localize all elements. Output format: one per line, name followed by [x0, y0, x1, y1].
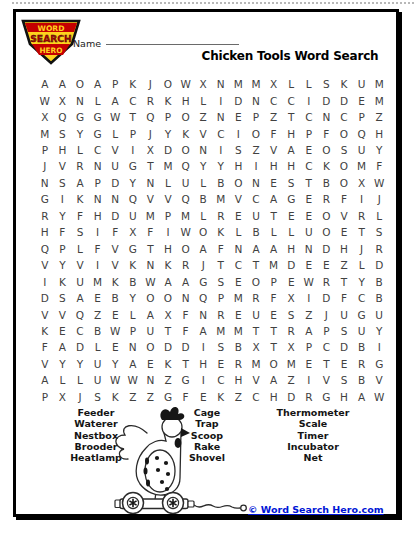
grid-cell[interactable]: J [318, 306, 336, 322]
grid-cell[interactable]: I [194, 372, 212, 388]
grid-cell[interactable]: D [282, 389, 300, 405]
grid-cell[interactable]: E [54, 323, 72, 339]
grid-cell[interactable]: Z [89, 306, 107, 322]
grid-cell[interactable]: D [159, 142, 177, 158]
grid-cell[interactable]: K [159, 92, 177, 108]
grid-cell[interactable]: Q [177, 191, 195, 207]
grid-cell[interactable]: L [159, 175, 177, 191]
grid-cell[interactable]: M [212, 191, 230, 207]
grid-cell[interactable]: D [159, 339, 177, 355]
grid-cell[interactable]: F [54, 224, 72, 240]
grid-cell[interactable]: O [318, 208, 336, 224]
grid-cell[interactable]: A [124, 356, 142, 372]
grid-cell[interactable]: E [265, 175, 283, 191]
grid-cell[interactable]: B [318, 175, 336, 191]
grid-cell[interactable]: N [247, 92, 265, 108]
grid-cell[interactable]: L [124, 306, 142, 322]
grid-cell[interactable]: S [54, 175, 72, 191]
grid-cell[interactable]: A [177, 273, 195, 289]
grid-cell[interactable]: I [230, 125, 248, 141]
grid-cell[interactable]: R [370, 241, 388, 257]
grid-cell[interactable]: N [71, 92, 89, 108]
grid-cell[interactable]: P [159, 109, 177, 125]
grid-cell[interactable]: U [300, 224, 318, 240]
grid-cell[interactable]: V [54, 306, 72, 322]
grid-cell[interactable]: F [142, 224, 160, 240]
grid-cell[interactable]: E [212, 356, 230, 372]
grid-cell[interactable]: Q [124, 191, 142, 207]
grid-cell[interactable]: B [370, 290, 388, 306]
grid-cell[interactable]: Y [54, 356, 72, 372]
grid-cell[interactable]: A [71, 290, 89, 306]
grid-cell[interactable]: V [194, 125, 212, 141]
grid-cell[interactable]: T [282, 109, 300, 125]
grid-cell[interactable]: G [36, 191, 54, 207]
grid-cell[interactable]: R [353, 356, 371, 372]
grid-cell[interactable]: M [247, 356, 265, 372]
grid-cell[interactable]: E [265, 306, 283, 322]
grid-cell[interactable]: X [353, 175, 371, 191]
grid-cell[interactable]: K [335, 76, 353, 92]
grid-cell[interactable]: F [335, 290, 353, 306]
grid-cell[interactable]: L [194, 208, 212, 224]
grid-cell[interactable]: A [106, 92, 124, 108]
grid-cell[interactable]: S [71, 224, 89, 240]
grid-cell[interactable]: U [177, 175, 195, 191]
footer-link[interactable]: © Word Search Hero.com [248, 504, 384, 515]
grid-cell[interactable]: H [159, 241, 177, 257]
grid-cell[interactable]: E [300, 208, 318, 224]
grid-cell[interactable]: Z [370, 109, 388, 125]
grid-cell[interactable]: L [106, 125, 124, 141]
grid-cell[interactable]: E [106, 339, 124, 355]
grid-cell[interactable]: L [89, 92, 107, 108]
grid-cell[interactable]: U [124, 208, 142, 224]
grid-cell[interactable]: T [177, 356, 195, 372]
grid-cell[interactable]: W [300, 273, 318, 289]
grid-cell[interactable]: T [247, 323, 265, 339]
grid-cell[interactable]: T [159, 323, 177, 339]
grid-cell[interactable]: O [177, 142, 195, 158]
grid-cell[interactable]: K [318, 158, 336, 174]
grid-cell[interactable]: M [370, 76, 388, 92]
grid-cell[interactable]: V [36, 306, 54, 322]
grid-cell[interactable]: J [370, 191, 388, 207]
grid-cell[interactable]: N [124, 339, 142, 355]
grid-cell[interactable]: R [142, 92, 160, 108]
grid-cell[interactable]: L [71, 241, 89, 257]
grid-cell[interactable]: S [318, 76, 336, 92]
grid-cell[interactable]: S [230, 142, 248, 158]
grid-cell[interactable]: F [106, 224, 124, 240]
grid-cell[interactable]: O [194, 224, 212, 240]
grid-cell[interactable]: X [194, 76, 212, 92]
grid-cell[interactable]: Y [212, 158, 230, 174]
grid-cell[interactable]: K [54, 273, 72, 289]
grid-cell[interactable]: A [36, 372, 54, 388]
grid-cell[interactable]: A [36, 76, 54, 92]
grid-cell[interactable]: K [36, 323, 54, 339]
grid-cell[interactable]: L [282, 224, 300, 240]
grid-cell[interactable]: L [194, 92, 212, 108]
grid-cell[interactable]: T [247, 257, 265, 273]
grid-cell[interactable]: Y [353, 273, 371, 289]
grid-cell[interactable]: H [36, 224, 54, 240]
grid-cell[interactable]: A [300, 323, 318, 339]
grid-cell[interactable]: M [247, 76, 265, 92]
grid-cell[interactable]: M [89, 273, 107, 289]
grid-cell[interactable]: H [282, 241, 300, 257]
grid-cell[interactable]: E [230, 306, 248, 322]
grid-cell[interactable]: H [54, 142, 72, 158]
grid-cell[interactable]: W [370, 175, 388, 191]
grid-cell[interactable]: I [300, 290, 318, 306]
grid-cell[interactable]: E [300, 257, 318, 273]
grid-cell[interactable]: Q [353, 125, 371, 141]
grid-cell[interactable]: T [335, 273, 353, 289]
grid-cell[interactable]: R [247, 290, 265, 306]
grid-cell[interactable]: F [89, 241, 107, 257]
grid-cell[interactable]: O [159, 290, 177, 306]
grid-cell[interactable]: P [300, 339, 318, 355]
grid-cell[interactable]: U [106, 158, 124, 174]
grid-cell[interactable]: M [370, 92, 388, 108]
grid-cell[interactable]: Z [159, 372, 177, 388]
grid-cell[interactable]: M [142, 208, 160, 224]
grid-cell[interactable]: R [318, 273, 336, 289]
grid-cell[interactable]: O [71, 76, 89, 92]
grid-cell[interactable]: F [177, 306, 195, 322]
grid-cell[interactable]: V [247, 372, 265, 388]
grid-cell[interactable]: M [177, 208, 195, 224]
grid-cell[interactable]: D [318, 241, 336, 257]
grid-cell[interactable]: N [142, 175, 160, 191]
grid-cell[interactable]: I [194, 339, 212, 355]
grid-cell[interactable]: C [335, 109, 353, 125]
grid-cell[interactable]: P [36, 389, 54, 405]
grid-cell[interactable]: C [282, 92, 300, 108]
grid-cell[interactable]: T [300, 175, 318, 191]
grid-cell[interactable]: H [335, 241, 353, 257]
grid-cell[interactable]: T [353, 224, 371, 240]
grid-cell[interactable]: I [89, 257, 107, 273]
grid-cell[interactable]: P [318, 323, 336, 339]
grid-cell[interactable]: E [300, 356, 318, 372]
grid-cell[interactable]: G [71, 109, 89, 125]
grid-cell[interactable]: U [89, 356, 107, 372]
grid-cell[interactable]: G [89, 109, 107, 125]
grid-cell[interactable]: P [89, 175, 107, 191]
grid-cell[interactable]: C [212, 125, 230, 141]
grid-cell[interactable]: T [124, 109, 142, 125]
grid-cell[interactable]: W [177, 224, 195, 240]
grid-cell[interactable]: X [54, 92, 72, 108]
grid-cell[interactable]: E [300, 191, 318, 207]
grid-cell[interactable]: W [177, 76, 195, 92]
grid-cell[interactable]: C [71, 323, 89, 339]
grid-cell[interactable]: F [318, 125, 336, 141]
grid-cell[interactable]: Z [265, 109, 283, 125]
grid-cell[interactable]: N [142, 257, 160, 273]
grid-cell[interactable]: L [71, 142, 89, 158]
grid-cell[interactable]: W [106, 323, 124, 339]
grid-cell[interactable]: E [282, 208, 300, 224]
grid-cell[interactable]: K [159, 257, 177, 273]
grid-cell[interactable]: Y [106, 356, 124, 372]
grid-cell[interactable]: Y [370, 142, 388, 158]
grid-cell[interactable]: R [212, 306, 230, 322]
grid-cell[interactable]: Q [142, 109, 160, 125]
grid-cell[interactable]: B [106, 290, 124, 306]
grid-cell[interactable]: D [36, 290, 54, 306]
grid-cell[interactable]: T [265, 323, 283, 339]
grid-cell[interactable]: X [142, 142, 160, 158]
grid-cell[interactable]: B [370, 273, 388, 289]
grid-cell[interactable]: V [318, 372, 336, 388]
grid-cell[interactable]: X [36, 109, 54, 125]
grid-cell[interactable]: F [177, 323, 195, 339]
grid-cell[interactable]: P [54, 241, 72, 257]
grid-cell[interactable]: H [230, 158, 248, 174]
grid-cell[interactable]: F [212, 241, 230, 257]
grid-cell[interactable]: U [335, 306, 353, 322]
grid-cell[interactable]: B [230, 339, 248, 355]
grid-cell[interactable]: N [194, 306, 212, 322]
grid-cell[interactable]: N [89, 158, 107, 174]
grid-cell[interactable]: V [265, 142, 283, 158]
grid-cell[interactable]: A [71, 175, 89, 191]
grid-cell[interactable]: C [353, 290, 371, 306]
grid-cell[interactable]: O [159, 76, 177, 92]
grid-cell[interactable]: F [265, 290, 283, 306]
grid-cell[interactable]: A [265, 191, 283, 207]
grid-cell[interactable]: N [194, 142, 212, 158]
grid-cell[interactable]: D [106, 208, 124, 224]
grid-cell[interactable]: Y [71, 356, 89, 372]
grid-cell[interactable]: H [177, 92, 195, 108]
grid-cell[interactable]: O [230, 175, 248, 191]
grid-cell[interactable]: U [370, 306, 388, 322]
grid-cell[interactable]: U [247, 208, 265, 224]
grid-cell[interactable]: P [124, 323, 142, 339]
grid-cell[interactable]: C [300, 109, 318, 125]
grid-cell[interactable]: P [353, 109, 371, 125]
grid-cell[interactable]: U [89, 372, 107, 388]
grid-cell[interactable]: O [318, 142, 336, 158]
grid-cell[interactable]: B [89, 323, 107, 339]
grid-cell[interactable]: S [335, 372, 353, 388]
grid-cell[interactable]: U [71, 273, 89, 289]
grid-cell[interactable]: I [247, 158, 265, 174]
grid-cell[interactable]: M [159, 158, 177, 174]
grid-cell[interactable]: K [71, 191, 89, 207]
grid-cell[interactable]: R [300, 389, 318, 405]
grid-cell[interactable]: I [36, 273, 54, 289]
grid-cell[interactable]: O [318, 224, 336, 240]
grid-cell[interactable]: C [265, 92, 283, 108]
grid-cell[interactable]: F [370, 158, 388, 174]
grid-cell[interactable]: D [71, 339, 89, 355]
grid-cell[interactable]: V [106, 257, 124, 273]
grid-cell[interactable]: F [335, 191, 353, 207]
grid-cell[interactable]: R [230, 356, 248, 372]
grid-cell[interactable]: N [89, 191, 107, 207]
grid-cell[interactable]: E [335, 356, 353, 372]
grid-cell[interactable]: W [106, 109, 124, 125]
grid-cell[interactable]: P [300, 125, 318, 141]
grid-cell[interactable]: L [89, 339, 107, 355]
grid-cell[interactable]: L [265, 224, 283, 240]
grid-cell[interactable]: B [353, 339, 371, 355]
grid-cell[interactable]: D [370, 257, 388, 273]
grid-cell[interactable]: D [106, 175, 124, 191]
grid-cell[interactable]: O [265, 356, 283, 372]
grid-cell[interactable]: O [247, 125, 265, 141]
grid-cell[interactable]: F [36, 339, 54, 355]
grid-cell[interactable]: I [124, 142, 142, 158]
grid-cell[interactable]: O [335, 158, 353, 174]
grid-cell[interactable]: R [318, 191, 336, 207]
grid-cell[interactable]: V [106, 142, 124, 158]
grid-cell[interactable]: A [89, 76, 107, 92]
grid-cell[interactable]: V [370, 372, 388, 388]
grid-cell[interactable]: B [212, 175, 230, 191]
grid-cell[interactable]: A [282, 142, 300, 158]
grid-cell[interactable]: L [353, 257, 371, 273]
grid-cell[interactable]: S [282, 306, 300, 322]
grid-cell[interactable]: N [142, 372, 160, 388]
grid-cell[interactable]: T [142, 241, 160, 257]
grid-cell[interactable]: H [335, 389, 353, 405]
grid-cell[interactable]: S [54, 125, 72, 141]
grid-cell[interactable]: Y [54, 208, 72, 224]
grid-cell[interactable]: F [265, 125, 283, 141]
grid-cell[interactable]: E [300, 142, 318, 158]
grid-cell[interactable]: F [71, 208, 89, 224]
grid-cell[interactable]: R [177, 257, 195, 273]
grid-cell[interactable]: T [318, 356, 336, 372]
grid-cell[interactable]: W [370, 389, 388, 405]
grid-cell[interactable]: H [370, 125, 388, 141]
grid-cell[interactable]: E [106, 306, 124, 322]
grid-cell[interactable]: K [124, 76, 142, 92]
grid-cell[interactable]: Q [71, 306, 89, 322]
grid-cell[interactable]: S [335, 323, 353, 339]
grid-cell[interactable]: M [230, 323, 248, 339]
grid-cell[interactable]: W [124, 372, 142, 388]
grid-cell[interactable]: I [89, 224, 107, 240]
grid-cell[interactable]: Q [54, 109, 72, 125]
grid-cell[interactable]: N [318, 109, 336, 125]
grid-cell[interactable]: L [370, 208, 388, 224]
grid-cell[interactable]: J [142, 125, 160, 141]
grid-cell[interactable]: D [230, 92, 248, 108]
grid-cell[interactable]: P [265, 273, 283, 289]
grid-cell[interactable]: G [353, 306, 371, 322]
grid-cell[interactable]: T [212, 257, 230, 273]
grid-cell[interactable]: X [124, 224, 142, 240]
grid-cell[interactable]: V [71, 257, 89, 273]
grid-cell[interactable]: O [335, 125, 353, 141]
grid-cell[interactable]: S [370, 224, 388, 240]
grid-cell[interactable]: D [335, 339, 353, 355]
grid-cell[interactable]: Z [247, 142, 265, 158]
grid-cell[interactable]: H [282, 125, 300, 141]
grid-cell[interactable]: I [212, 92, 230, 108]
grid-cell[interactable]: K [212, 224, 230, 240]
grid-cell[interactable]: E [230, 273, 248, 289]
grid-cell[interactable]: K [177, 125, 195, 141]
grid-cell[interactable]: H [230, 372, 248, 388]
grid-cell[interactable]: A [194, 241, 212, 257]
grid-cell[interactable]: E [142, 356, 160, 372]
grid-cell[interactable]: B [124, 273, 142, 289]
grid-cell[interactable]: H [265, 158, 283, 174]
grid-cell[interactable]: A [194, 323, 212, 339]
grid-cell[interactable]: A [265, 372, 283, 388]
grid-cell[interactable]: S [212, 339, 230, 355]
grid-cell[interactable]: R [36, 208, 54, 224]
grid-cell[interactable]: V [54, 158, 72, 174]
grid-cell[interactable]: O [177, 109, 195, 125]
grid-cell[interactable]: K [159, 356, 177, 372]
grid-cell[interactable]: W [106, 372, 124, 388]
grid-cell[interactable]: S [54, 290, 72, 306]
grid-cell[interactable]: A [353, 389, 371, 405]
grid-cell[interactable]: E [89, 290, 107, 306]
grid-cell[interactable]: U [142, 323, 160, 339]
grid-cell[interactable]: V [142, 191, 160, 207]
grid-cell[interactable]: M [36, 125, 54, 141]
grid-cell[interactable]: K [124, 257, 142, 273]
grid-cell[interactable]: L [300, 76, 318, 92]
grid-cell[interactable]: U [247, 306, 265, 322]
grid-cell[interactable]: I [370, 339, 388, 355]
grid-cell[interactable]: N [36, 175, 54, 191]
grid-cell[interactable]: U [353, 76, 371, 92]
grid-cell[interactable]: O [335, 175, 353, 191]
grid-cell[interactable]: G [370, 356, 388, 372]
grid-cell[interactable]: C [300, 158, 318, 174]
grid-cell[interactable]: E [335, 224, 353, 240]
grid-cell[interactable]: I [212, 142, 230, 158]
grid-cell[interactable]: E [353, 92, 371, 108]
grid-cell[interactable]: L [194, 175, 212, 191]
grid-cell[interactable]: K [106, 273, 124, 289]
grid-cell[interactable]: C [89, 142, 107, 158]
grid-cell[interactable]: O [247, 273, 265, 289]
grid-cell[interactable]: Q [194, 290, 212, 306]
grid-cell[interactable]: O [142, 339, 160, 355]
grid-cell[interactable]: X [282, 339, 300, 355]
grid-cell[interactable]: M [230, 290, 248, 306]
grid-cell[interactable]: N [247, 175, 265, 191]
grid-cell[interactable]: V [159, 191, 177, 207]
grid-cell[interactable]: N [212, 109, 230, 125]
grid-cell[interactable]: C [124, 92, 142, 108]
grid-cell[interactable]: V [36, 257, 54, 273]
grid-cell[interactable]: I [300, 92, 318, 108]
grid-cell[interactable]: X [265, 76, 283, 92]
grid-cell[interactable]: B [353, 372, 371, 388]
grid-cell[interactable]: Z [300, 306, 318, 322]
grid-cell[interactable]: C [247, 191, 265, 207]
grid-cell[interactable]: H [194, 356, 212, 372]
name-blank-line[interactable] [106, 28, 239, 45]
grid-cell[interactable]: J [71, 389, 89, 405]
grid-cell[interactable]: M [230, 76, 248, 92]
grid-cell[interactable]: G [124, 241, 142, 257]
